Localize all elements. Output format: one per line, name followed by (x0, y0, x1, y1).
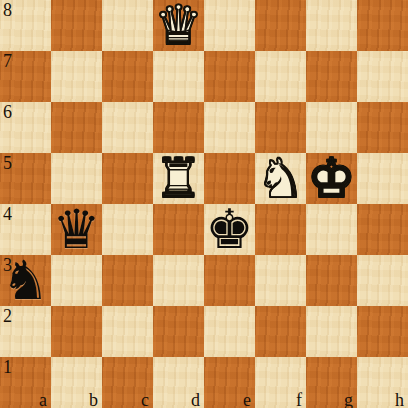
square-h1[interactable]: h (357, 357, 408, 408)
square-d2[interactable] (153, 306, 204, 357)
square-f3[interactable] (255, 255, 306, 306)
square-f5[interactable]: ♞♘ (255, 153, 306, 204)
square-a4[interactable]: 4 (0, 204, 51, 255)
file-label-c: c (141, 391, 149, 408)
square-h3[interactable] (357, 255, 408, 306)
file-label-a: a (39, 391, 47, 408)
square-b3[interactable] (51, 255, 102, 306)
rank-label-1: 1 (3, 357, 12, 377)
square-e7[interactable] (204, 51, 255, 102)
square-h5[interactable] (357, 153, 408, 204)
square-h6[interactable] (357, 102, 408, 153)
rank-label-6: 6 (3, 102, 12, 122)
square-b4[interactable]: ♛ (51, 204, 102, 255)
square-d8[interactable]: ♛♕ (153, 0, 204, 51)
rank-label-2: 2 (3, 306, 12, 326)
square-d5[interactable]: ♜♖ (153, 153, 204, 204)
file-label-e: e (243, 391, 251, 408)
square-c5[interactable] (102, 153, 153, 204)
square-e4[interactable]: ♚ (204, 204, 255, 255)
file-label-f: f (296, 391, 302, 408)
piece-white-knight-f5[interactable]: ♞♘ (255, 153, 306, 204)
white-queen-outline-glyph: ♕ (153, 0, 204, 51)
square-e3[interactable] (204, 255, 255, 306)
square-f2[interactable] (255, 306, 306, 357)
black-king-glyph: ♚ (204, 204, 255, 255)
square-h7[interactable] (357, 51, 408, 102)
white-knight-outline-glyph: ♘ (255, 153, 306, 204)
square-f1[interactable]: f (255, 357, 306, 408)
square-e2[interactable] (204, 306, 255, 357)
square-e6[interactable] (204, 102, 255, 153)
square-f7[interactable] (255, 51, 306, 102)
square-e5[interactable] (204, 153, 255, 204)
square-b6[interactable] (51, 102, 102, 153)
square-c8[interactable] (102, 0, 153, 51)
square-a2[interactable]: 2 (0, 306, 51, 357)
square-a8[interactable]: 8 (0, 0, 51, 51)
square-d1[interactable]: d (153, 357, 204, 408)
black-queen-glyph: ♛ (51, 204, 102, 255)
square-b2[interactable] (51, 306, 102, 357)
square-h8[interactable] (357, 0, 408, 51)
square-c4[interactable] (102, 204, 153, 255)
square-g5[interactable]: ♚♔ (306, 153, 357, 204)
square-f6[interactable] (255, 102, 306, 153)
square-g4[interactable] (306, 204, 357, 255)
piece-white-queen-d8[interactable]: ♛♕ (153, 0, 204, 51)
square-a7[interactable]: 7 (0, 51, 51, 102)
rank-label-5: 5 (3, 153, 12, 173)
square-b1[interactable]: b (51, 357, 102, 408)
square-a5[interactable]: 5 (0, 153, 51, 204)
square-c6[interactable] (102, 102, 153, 153)
square-d4[interactable] (153, 204, 204, 255)
square-a1[interactable]: 1a (0, 357, 51, 408)
white-king-outline-glyph: ♔ (306, 153, 357, 204)
square-c7[interactable] (102, 51, 153, 102)
rank-label-7: 7 (3, 51, 12, 71)
square-e1[interactable]: e (204, 357, 255, 408)
square-d6[interactable] (153, 102, 204, 153)
piece-white-king-g5[interactable]: ♚♔ (306, 153, 357, 204)
square-f8[interactable] (255, 0, 306, 51)
square-g2[interactable] (306, 306, 357, 357)
white-rook-outline-glyph: ♖ (153, 153, 204, 204)
square-a6[interactable]: 6 (0, 102, 51, 153)
square-e8[interactable] (204, 0, 255, 51)
square-b5[interactable] (51, 153, 102, 204)
square-c2[interactable] (102, 306, 153, 357)
file-label-h: h (395, 391, 404, 408)
piece-black-knight-a3[interactable]: ♞ (0, 255, 51, 306)
square-b7[interactable] (51, 51, 102, 102)
square-g7[interactable] (306, 51, 357, 102)
piece-black-queen-b4[interactable]: ♛ (51, 204, 102, 255)
black-knight-glyph: ♞ (0, 255, 51, 306)
square-f4[interactable] (255, 204, 306, 255)
square-g6[interactable] (306, 102, 357, 153)
square-g3[interactable] (306, 255, 357, 306)
square-h4[interactable] (357, 204, 408, 255)
chess-board: 8♛♕765♜♖♞♘♚♔4♛♚3♞21abcdefgh (0, 0, 408, 408)
rank-label-8: 8 (3, 0, 12, 20)
piece-white-rook-d5[interactable]: ♜♖ (153, 153, 204, 204)
square-g8[interactable] (306, 0, 357, 51)
file-label-d: d (191, 391, 200, 408)
file-label-b: b (89, 391, 98, 408)
square-a3[interactable]: 3♞ (0, 255, 51, 306)
piece-black-king-e4[interactable]: ♚ (204, 204, 255, 255)
square-c1[interactable]: c (102, 357, 153, 408)
square-g1[interactable]: g (306, 357, 357, 408)
file-label-g: g (344, 391, 353, 408)
square-d3[interactable] (153, 255, 204, 306)
rank-label-4: 4 (3, 204, 12, 224)
square-h2[interactable] (357, 306, 408, 357)
square-b8[interactable] (51, 0, 102, 51)
square-c3[interactable] (102, 255, 153, 306)
square-d7[interactable] (153, 51, 204, 102)
